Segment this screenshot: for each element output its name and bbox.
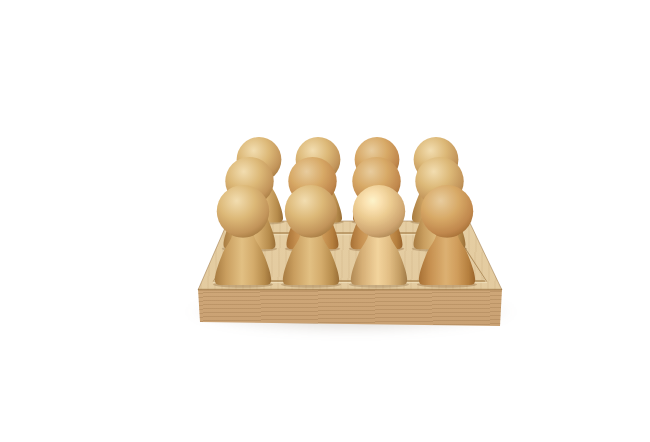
- peg-doll[interactable]: [413, 185, 481, 288]
- peg-row-front: [209, 185, 481, 288]
- product-photo-scene: [0, 0, 650, 442]
- peg-doll[interactable]: [277, 185, 345, 288]
- peg-doll[interactable]: [345, 185, 413, 288]
- peg-doll[interactable]: [209, 185, 277, 288]
